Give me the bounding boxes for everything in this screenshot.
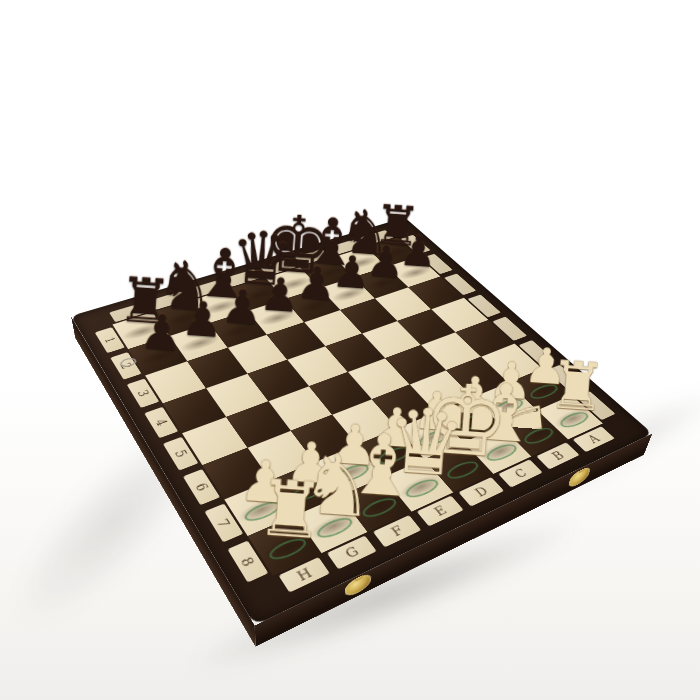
white-rook-h8: ♜ [234,467,346,552]
metal-ring-icon [118,356,139,369]
right-border-cell [492,317,527,341]
black-pawn-h2: ♟ [116,306,206,360]
product-photo-scene: 1H2G3F4E5D6C7B8A♜♞♟♝♟♚♟♛♟♝♟♞♟♜♟♟♟♟♜♟♞♟♝♟… [0,0,700,700]
board-surface: 1H2G3F4E5D6C7B8A♜♞♟♝♟♚♟♛♟♝♟♞♟♜♟♟♟♟♜♟♞♟♝♟… [71,217,653,625]
file-label-H: H [279,557,331,593]
rank-label-3: 3 [127,379,160,409]
chess-board-3d: 1H2G3F4E5D6C7B8A♜♞♟♝♟♚♟♛♟♝♟♞♟♜♟♟♟♟♜♟♞♟♝♟… [71,217,653,625]
file-label-A: A [573,426,615,452]
